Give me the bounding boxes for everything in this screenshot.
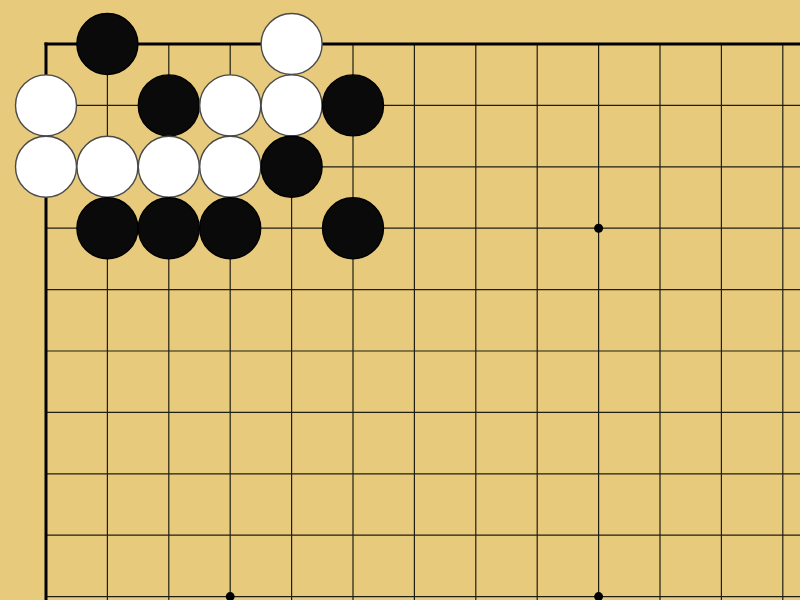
go-board (0, 0, 800, 600)
board-background (0, 0, 800, 600)
stone-black (323, 198, 384, 259)
stone-black (323, 75, 384, 136)
stone-black (77, 198, 138, 259)
stone-white (16, 75, 77, 136)
stone-white (138, 136, 199, 197)
stone-white (261, 14, 322, 75)
stone-black (77, 14, 138, 75)
stone-white (261, 75, 322, 136)
stone-white (200, 136, 261, 197)
stone-white (77, 136, 138, 197)
star-point (594, 224, 603, 233)
stone-white (16, 136, 77, 197)
stone-black (138, 75, 199, 136)
stone-black (200, 198, 261, 259)
go-board-grid (0, 0, 800, 600)
stone-white (200, 75, 261, 136)
stone-black (261, 136, 322, 197)
stone-black (138, 198, 199, 259)
